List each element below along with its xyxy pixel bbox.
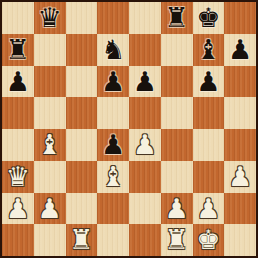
square-d3[interactable]: ♝ [97, 161, 129, 193]
square-e2[interactable] [129, 193, 161, 225]
black-bishop-piece[interactable]: ♝ [193, 34, 225, 66]
square-g7[interactable]: ♝ [193, 34, 225, 66]
white-rook-piece[interactable]: ♜ [66, 224, 98, 256]
square-e4[interactable]: ♟ [129, 129, 161, 161]
black-knight-piece[interactable]: ♞ [97, 34, 129, 66]
black-pawn-piece[interactable]: ♟ [193, 66, 225, 98]
square-e6[interactable]: ♟ [129, 66, 161, 98]
square-f1[interactable]: ♜ [161, 224, 193, 256]
square-g8[interactable]: ♚ [193, 2, 225, 34]
square-g6[interactable]: ♟ [193, 66, 225, 98]
black-queen-piece[interactable]: ♛ [34, 2, 66, 34]
square-c1[interactable]: ♜ [66, 224, 98, 256]
square-a1[interactable] [2, 224, 34, 256]
square-h7[interactable]: ♟ [224, 34, 256, 66]
square-h8[interactable] [224, 2, 256, 34]
square-g2[interactable]: ♟ [193, 193, 225, 225]
square-c2[interactable] [66, 193, 98, 225]
square-a2[interactable]: ♟ [2, 193, 34, 225]
black-rook-piece[interactable]: ♜ [2, 34, 34, 66]
square-a8[interactable] [2, 2, 34, 34]
square-f7[interactable] [161, 34, 193, 66]
square-a6[interactable]: ♟ [2, 66, 34, 98]
square-b4[interactable]: ♝ [34, 129, 66, 161]
square-h3[interactable]: ♟ [224, 161, 256, 193]
square-e1[interactable] [129, 224, 161, 256]
white-pawn-piece[interactable]: ♟ [161, 193, 193, 225]
square-b6[interactable] [34, 66, 66, 98]
square-e5[interactable] [129, 97, 161, 129]
white-pawn-piece[interactable]: ♟ [129, 129, 161, 161]
square-h6[interactable] [224, 66, 256, 98]
white-pawn-piece[interactable]: ♟ [224, 161, 256, 193]
square-b8[interactable]: ♛ [34, 2, 66, 34]
square-h5[interactable] [224, 97, 256, 129]
square-c4[interactable] [66, 129, 98, 161]
square-a7[interactable]: ♜ [2, 34, 34, 66]
square-f6[interactable] [161, 66, 193, 98]
square-d1[interactable] [97, 224, 129, 256]
black-rook-piece[interactable]: ♜ [161, 2, 193, 34]
square-b5[interactable] [34, 97, 66, 129]
square-h4[interactable] [224, 129, 256, 161]
square-b1[interactable] [34, 224, 66, 256]
square-a4[interactable] [2, 129, 34, 161]
square-a3[interactable]: ♛ [2, 161, 34, 193]
white-bishop-piece[interactable]: ♝ [34, 129, 66, 161]
square-d4[interactable]: ♟ [97, 129, 129, 161]
square-d6[interactable]: ♟ [97, 66, 129, 98]
black-pawn-piece[interactable]: ♟ [2, 66, 34, 98]
square-e3[interactable] [129, 161, 161, 193]
square-f8[interactable]: ♜ [161, 2, 193, 34]
square-e7[interactable] [129, 34, 161, 66]
square-g3[interactable] [193, 161, 225, 193]
black-king-piece[interactable]: ♚ [193, 2, 225, 34]
square-a5[interactable] [2, 97, 34, 129]
chess-board-frame: ♛♜♚♜♞♝♟♟♟♟♟♝♟♟♛♝♟♟♟♟♟♜♜♚ [0, 0, 258, 258]
square-b7[interactable] [34, 34, 66, 66]
black-pawn-piece[interactable]: ♟ [97, 66, 129, 98]
square-c8[interactable] [66, 2, 98, 34]
square-h2[interactable] [224, 193, 256, 225]
white-pawn-piece[interactable]: ♟ [2, 193, 34, 225]
square-c5[interactable] [66, 97, 98, 129]
white-king-piece[interactable]: ♚ [193, 224, 225, 256]
white-pawn-piece[interactable]: ♟ [193, 193, 225, 225]
square-e8[interactable] [129, 2, 161, 34]
square-b3[interactable] [34, 161, 66, 193]
black-pawn-piece[interactable]: ♟ [129, 66, 161, 98]
square-d2[interactable] [97, 193, 129, 225]
chess-board: ♛♜♚♜♞♝♟♟♟♟♟♝♟♟♛♝♟♟♟♟♟♜♜♚ [2, 2, 256, 256]
square-g5[interactable] [193, 97, 225, 129]
square-d5[interactable] [97, 97, 129, 129]
square-f2[interactable]: ♟ [161, 193, 193, 225]
square-d7[interactable]: ♞ [97, 34, 129, 66]
square-f5[interactable] [161, 97, 193, 129]
square-g4[interactable] [193, 129, 225, 161]
square-c3[interactable] [66, 161, 98, 193]
white-queen-piece[interactable]: ♛ [2, 161, 34, 193]
white-bishop-piece[interactable]: ♝ [97, 161, 129, 193]
black-pawn-piece[interactable]: ♟ [224, 34, 256, 66]
square-c7[interactable] [66, 34, 98, 66]
square-c6[interactable] [66, 66, 98, 98]
square-d8[interactable] [97, 2, 129, 34]
black-pawn-piece[interactable]: ♟ [97, 129, 129, 161]
square-h1[interactable] [224, 224, 256, 256]
square-f4[interactable] [161, 129, 193, 161]
white-pawn-piece[interactable]: ♟ [34, 193, 66, 225]
square-b2[interactable]: ♟ [34, 193, 66, 225]
square-f3[interactable] [161, 161, 193, 193]
square-g1[interactable]: ♚ [193, 224, 225, 256]
white-rook-piece[interactable]: ♜ [161, 224, 193, 256]
